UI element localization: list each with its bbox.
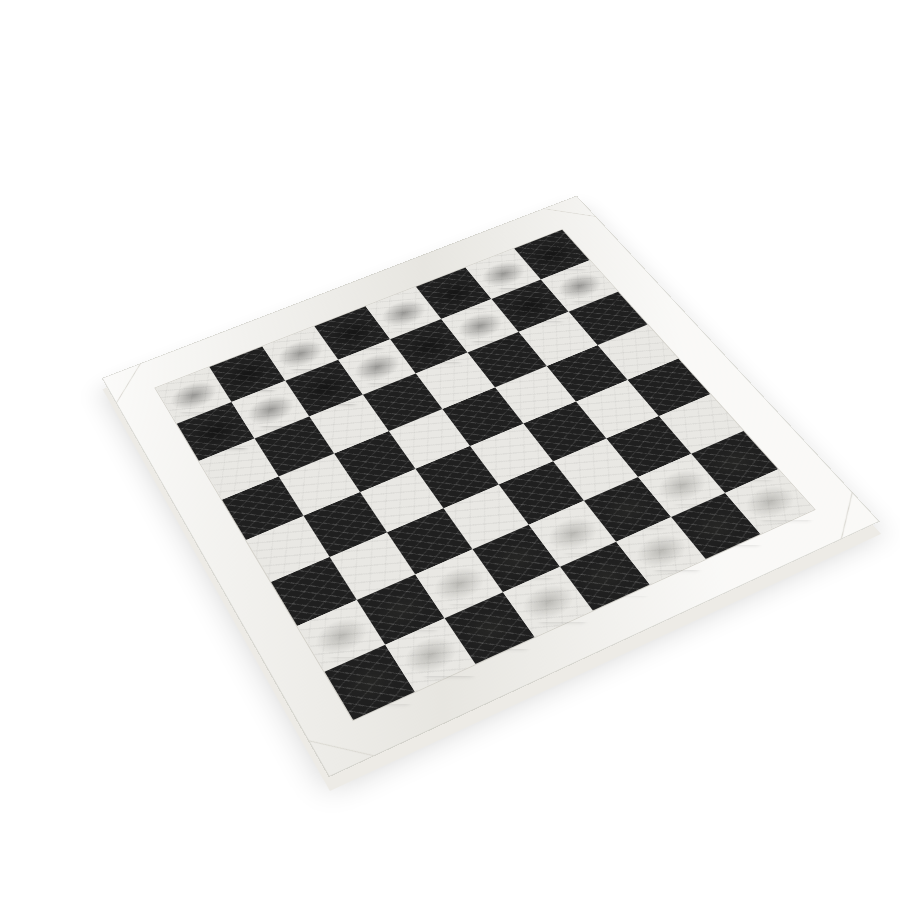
board-scene: ♜♞♝♛♚♝♞♜♟♟♟♟♟♟♟♟♟♟♟♟♟♟♟♟♜♞♝♛♚♝♞♜ — [158, 134, 782, 758]
white-rook-glyph: ♜ — [343, 625, 424, 715]
black-pawn-glyph: ♟ — [412, 305, 470, 370]
black-pawn-glyph: ♟ — [251, 367, 311, 434]
photo-stage: ♜♞♝♛♚♝♞♜♟♟♟♟♟♟♟♟♟♟♟♟♟♟♟♟♜♞♝♛♚♝♞♜ — [0, 0, 900, 900]
black-pawn-glyph: ♟ — [196, 389, 256, 456]
black-pawn-glyph: ♟ — [359, 325, 418, 391]
black-pawn-glyph: ♟ — [463, 284, 521, 348]
black-pawn-glyph: ♟ — [564, 245, 621, 308]
perspective-wrapper: ♜♞♝♛♚♝♞♜♟♟♟♟♟♟♟♟♟♟♟♟♟♟♟♟♜♞♝♛♚♝♞♜ — [158, 134, 782, 758]
chess-board: ♜♞♝♛♚♝♞♜♟♟♟♟♟♟♟♟♟♟♟♟♟♟♟♟♜♞♝♛♚♝♞♜ — [102, 196, 880, 778]
black-pawn-glyph: ♟ — [306, 346, 365, 412]
board-grid: ♜♞♝♛♚♝♞♜♟♟♟♟♟♟♟♟♟♟♟♟♟♟♟♟♜♞♝♛♚♝♞♜ — [156, 230, 815, 720]
black-pawn-glyph: ♟ — [514, 264, 571, 328]
board-frame: ♜♞♝♛♚♝♞♜♟♟♟♟♟♟♟♟♟♟♟♟♟♟♟♟♜♞♝♛♚♝♞♜ — [102, 196, 880, 778]
